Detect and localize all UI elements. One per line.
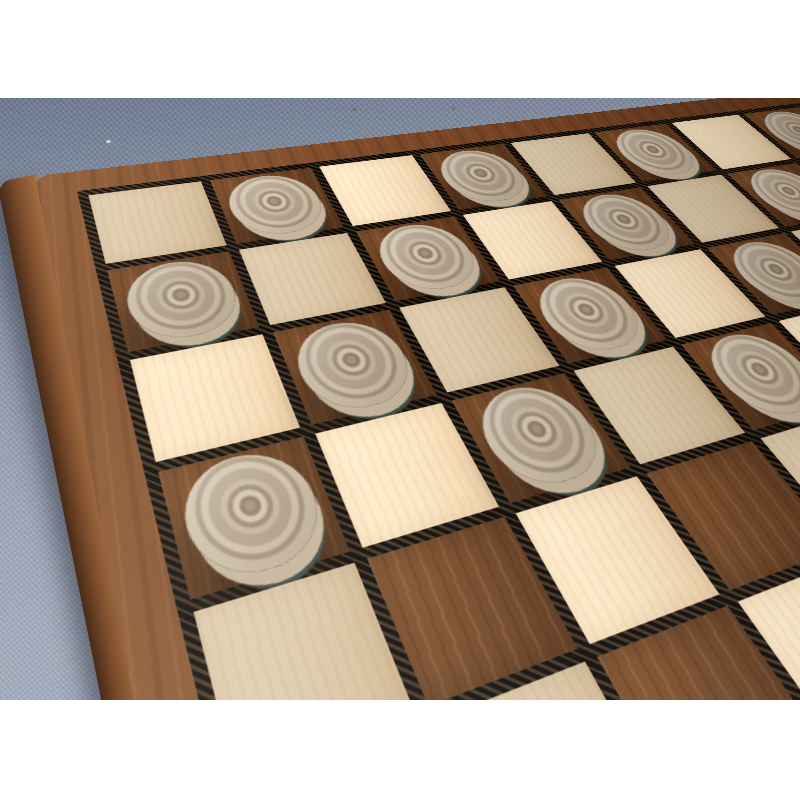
board-square-a1-light (88, 181, 226, 263)
checker-piece-light-b3 (284, 314, 425, 417)
checker-piece-light-b1 (219, 171, 334, 240)
fabric-lint-speck (352, 108, 357, 111)
board-square-b1-dark (209, 168, 343, 244)
checker-piece-light-a4 (172, 443, 335, 590)
photo-area (0, 98, 800, 700)
checker-piece-light-c2 (366, 220, 490, 297)
checkers-board (35, 98, 800, 700)
board-grid (88, 106, 800, 700)
checker-piece-light-a2 (119, 255, 248, 346)
fabric-lint-speck (106, 140, 111, 143)
board-stitch-seam (77, 102, 800, 700)
board-square-a2-dark (107, 251, 259, 352)
fabric-lint-speck (452, 107, 456, 110)
screenshot (0, 0, 800, 800)
